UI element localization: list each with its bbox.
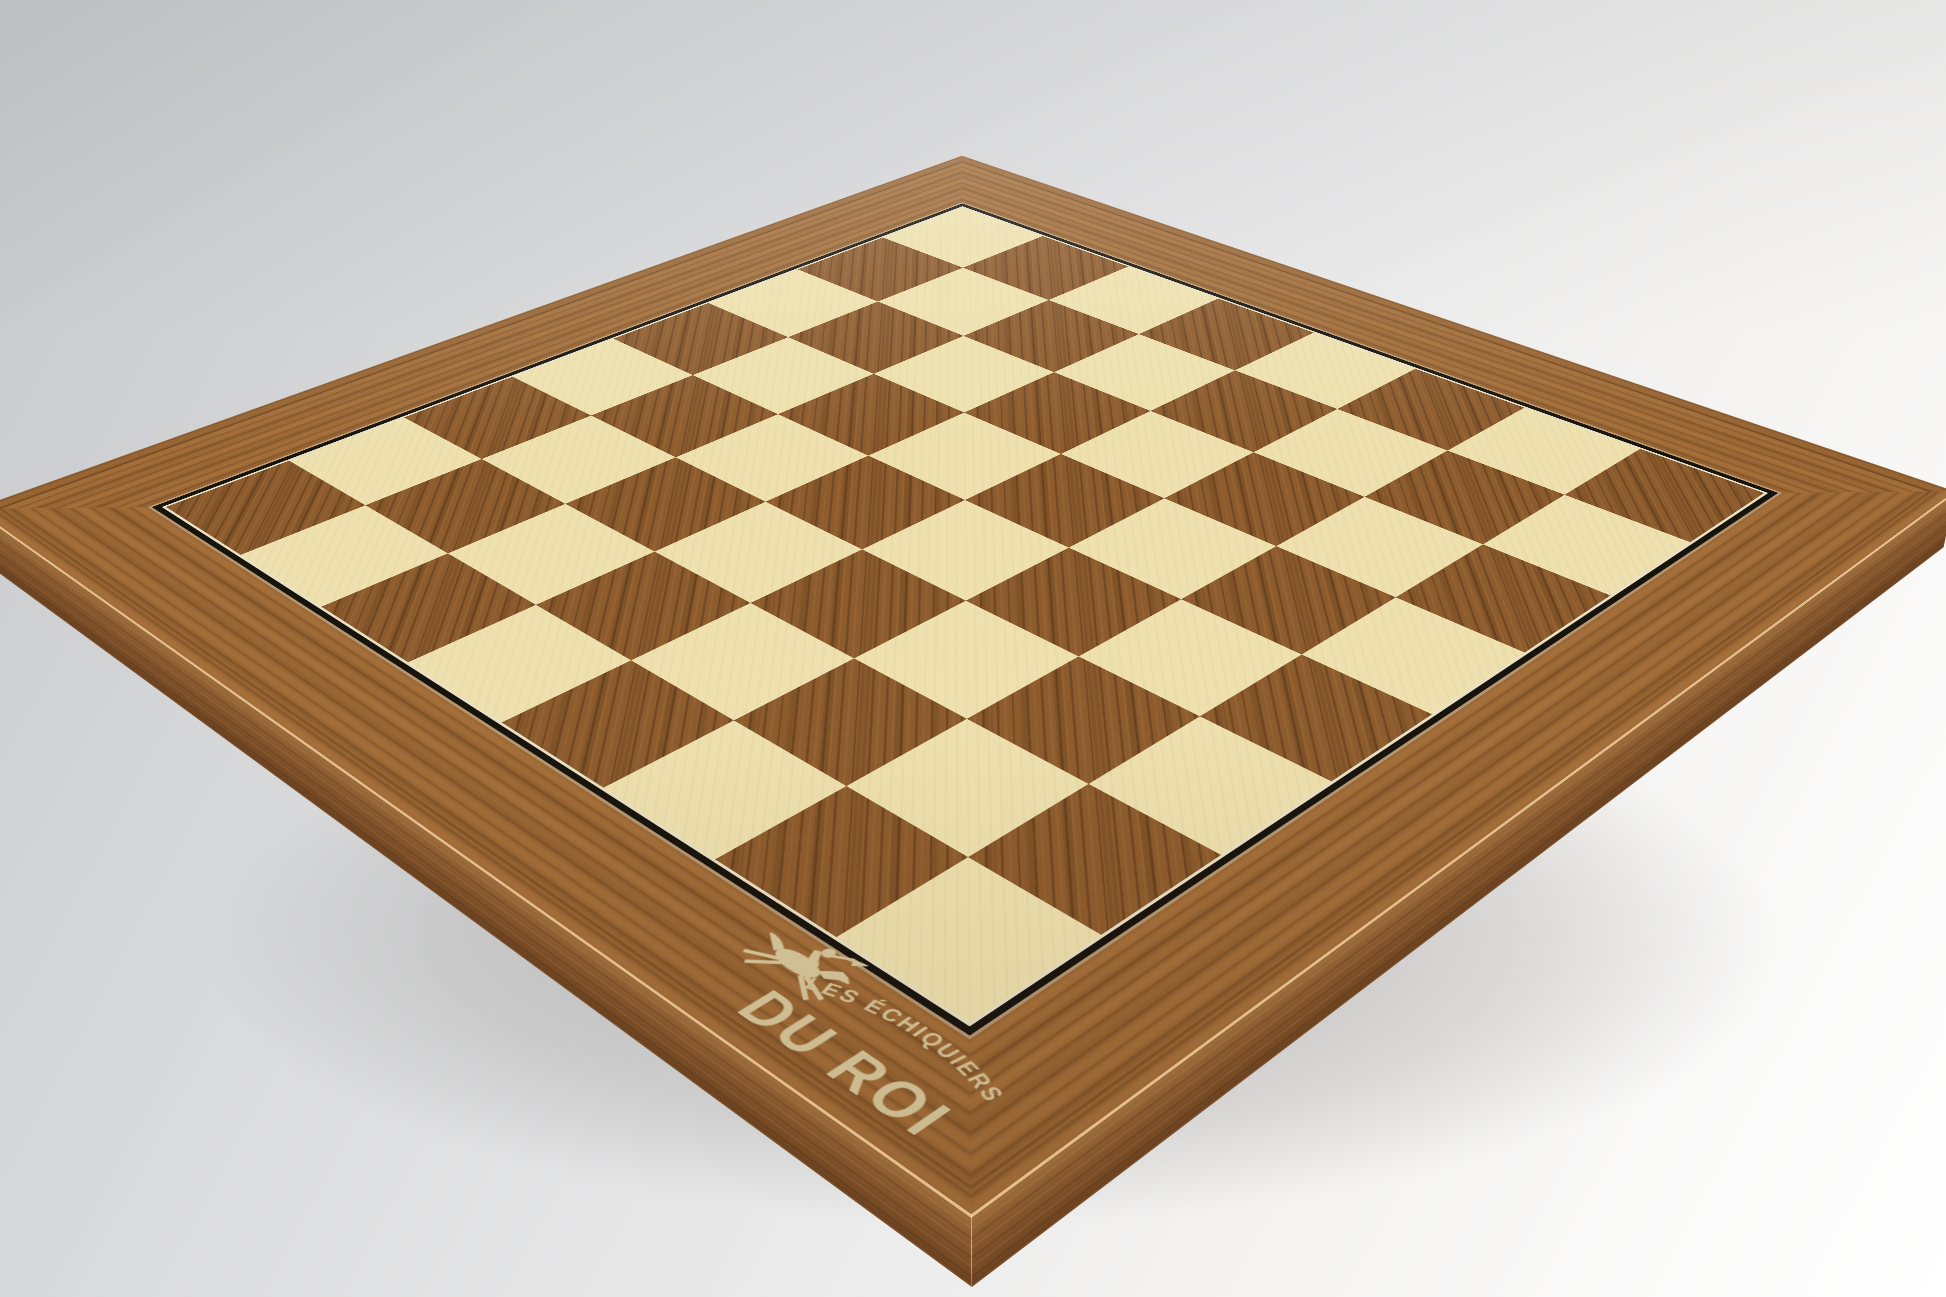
square-r5c7	[1078, 599, 1301, 716]
square-r4c7	[1181, 546, 1396, 654]
square-r8c4	[408, 605, 631, 723]
square-r5c8	[1199, 654, 1432, 781]
square-r6c6	[855, 601, 1078, 718]
square-r8c3	[321, 553, 536, 662]
square-r5c5	[862, 500, 1069, 601]
square-r7c7	[846, 718, 1089, 856]
photo-scene: LES ÉCHIQUIERS DU ROI	[0, 0, 1946, 1297]
square-r2c8	[1483, 495, 1690, 595]
square-r8c7	[715, 786, 968, 937]
logo-line1: LES ÉCHIQUIERS	[795, 962, 1025, 1114]
logo-arc-text: LES ÉCHIQUIERS	[790, 957, 1050, 1129]
square-r7c3	[448, 503, 655, 604]
square-r7c4	[536, 551, 751, 660]
square-r4c6	[1069, 498, 1276, 599]
square-r7c6	[734, 658, 967, 785]
square-r3c7	[1276, 497, 1483, 598]
svg-text:LES ÉCHIQUIERS: LES ÉCHIQUIERS	[795, 962, 1025, 1114]
square-r6c4	[655, 502, 862, 603]
square-r5c6	[966, 548, 1181, 657]
square-r8c6	[604, 720, 847, 859]
square-r6c8	[1089, 716, 1332, 854]
square-r8c8	[836, 857, 1101, 1023]
square-r4c8	[1301, 597, 1524, 714]
square-r8c5	[502, 660, 735, 788]
square-r6c7	[967, 656, 1200, 783]
square-r3c8	[1396, 544, 1611, 652]
square-r8c2	[241, 505, 448, 606]
square-r7c8	[968, 784, 1221, 935]
square-r6c5	[751, 550, 966, 659]
square-r7c5	[631, 603, 854, 721]
horse-and-rider-logo-icon	[723, 913, 884, 1016]
